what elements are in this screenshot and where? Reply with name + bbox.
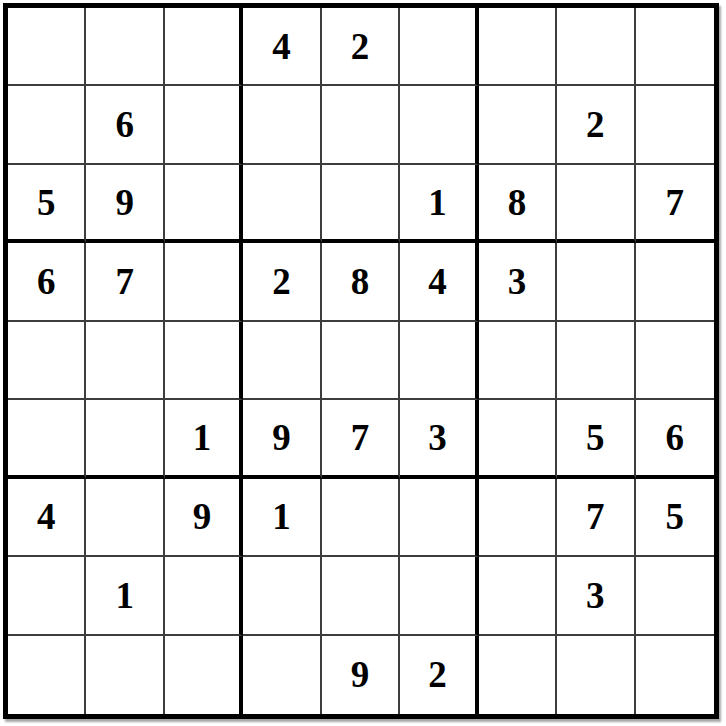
cell-r3c9-given[interactable]: 7	[636, 165, 714, 243]
cell-r1c2-empty[interactable]	[86, 8, 164, 86]
cell-r5c8-empty[interactable]	[557, 322, 635, 400]
cell-r3c8-empty[interactable]	[557, 165, 635, 243]
cell-r9c1-empty[interactable]	[8, 636, 86, 714]
cell-r1c9-empty[interactable]	[636, 8, 714, 86]
cell-r7c8-given[interactable]: 7	[557, 479, 635, 557]
sudoku-page: { "game": "sudoku", "position": "...42..…	[0, 0, 726, 726]
cell-r1c8-empty[interactable]	[557, 8, 635, 86]
cell-r3c5-empty[interactable]	[322, 165, 400, 243]
cell-r1c1-empty[interactable]	[8, 8, 86, 86]
cell-r2c3-empty[interactable]	[165, 86, 243, 164]
cell-r4c2-given[interactable]: 7	[86, 243, 164, 321]
cell-r8c9-empty[interactable]	[636, 557, 714, 635]
cell-r8c1-empty[interactable]	[8, 557, 86, 635]
cell-r4c1-given[interactable]: 6	[8, 243, 86, 321]
sudoku-board: 426259187672843197356491751392	[3, 3, 719, 719]
cell-r8c7-empty[interactable]	[479, 557, 557, 635]
cell-r9c7-empty[interactable]	[479, 636, 557, 714]
cell-r2c5-empty[interactable]	[322, 86, 400, 164]
cell-r4c8-empty[interactable]	[557, 243, 635, 321]
cell-r3c4-empty[interactable]	[243, 165, 321, 243]
cell-r2c6-empty[interactable]	[400, 86, 478, 164]
cell-r4c9-empty[interactable]	[636, 243, 714, 321]
cell-r2c4-empty[interactable]	[243, 86, 321, 164]
cell-r8c5-empty[interactable]	[322, 557, 400, 635]
cell-r9c5-given[interactable]: 9	[322, 636, 400, 714]
cell-r6c1-empty[interactable]	[8, 400, 86, 478]
cell-r7c5-empty[interactable]	[322, 479, 400, 557]
cell-r8c4-empty[interactable]	[243, 557, 321, 635]
cell-r6c5-given[interactable]: 7	[322, 400, 400, 478]
cell-r6c9-given[interactable]: 6	[636, 400, 714, 478]
cell-r1c5-given[interactable]: 2	[322, 8, 400, 86]
cell-r6c7-empty[interactable]	[479, 400, 557, 478]
cell-r8c6-empty[interactable]	[400, 557, 478, 635]
cell-r1c3-empty[interactable]	[165, 8, 243, 86]
cell-r8c3-empty[interactable]	[165, 557, 243, 635]
cell-r6c2-empty[interactable]	[86, 400, 164, 478]
cell-r7c2-empty[interactable]	[86, 479, 164, 557]
cell-r1c7-empty[interactable]	[479, 8, 557, 86]
cell-r7c7-empty[interactable]	[479, 479, 557, 557]
cell-r7c3-given[interactable]: 9	[165, 479, 243, 557]
cell-r9c6-given[interactable]: 2	[400, 636, 478, 714]
cell-r9c8-empty[interactable]	[557, 636, 635, 714]
cell-r5c5-empty[interactable]	[322, 322, 400, 400]
cell-r1c4-given[interactable]: 4	[243, 8, 321, 86]
cell-r5c9-empty[interactable]	[636, 322, 714, 400]
cell-r4c5-given[interactable]: 8	[322, 243, 400, 321]
cell-r7c4-given[interactable]: 1	[243, 479, 321, 557]
cell-r8c2-given[interactable]: 1	[86, 557, 164, 635]
cell-r3c7-given[interactable]: 8	[479, 165, 557, 243]
cell-r2c8-given[interactable]: 2	[557, 86, 635, 164]
cell-r4c3-empty[interactable]	[165, 243, 243, 321]
cell-r9c3-empty[interactable]	[165, 636, 243, 714]
cell-r5c2-empty[interactable]	[86, 322, 164, 400]
cell-r7c9-given[interactable]: 5	[636, 479, 714, 557]
cell-r6c4-given[interactable]: 9	[243, 400, 321, 478]
cell-r2c2-given[interactable]: 6	[86, 86, 164, 164]
cell-r1c6-empty[interactable]	[400, 8, 478, 86]
cell-r3c6-given[interactable]: 1	[400, 165, 478, 243]
cell-r6c6-given[interactable]: 3	[400, 400, 478, 478]
cell-r2c1-empty[interactable]	[8, 86, 86, 164]
cell-r6c8-given[interactable]: 5	[557, 400, 635, 478]
cell-r4c7-given[interactable]: 3	[479, 243, 557, 321]
cell-r5c4-empty[interactable]	[243, 322, 321, 400]
cell-r5c3-empty[interactable]	[165, 322, 243, 400]
cell-r3c2-given[interactable]: 9	[86, 165, 164, 243]
cell-r6c3-given[interactable]: 1	[165, 400, 243, 478]
cell-r4c6-given[interactable]: 4	[400, 243, 478, 321]
cell-r8c8-given[interactable]: 3	[557, 557, 635, 635]
cell-r3c3-empty[interactable]	[165, 165, 243, 243]
cell-r4c4-given[interactable]: 2	[243, 243, 321, 321]
cell-r9c9-empty[interactable]	[636, 636, 714, 714]
cell-r9c4-empty[interactable]	[243, 636, 321, 714]
cell-r5c6-empty[interactable]	[400, 322, 478, 400]
cell-r7c1-given[interactable]: 4	[8, 479, 86, 557]
cell-r2c9-empty[interactable]	[636, 86, 714, 164]
cell-r5c1-empty[interactable]	[8, 322, 86, 400]
cell-r2c7-empty[interactable]	[479, 86, 557, 164]
cell-r9c2-empty[interactable]	[86, 636, 164, 714]
cell-r3c1-given[interactable]: 5	[8, 165, 86, 243]
cell-r5c7-empty[interactable]	[479, 322, 557, 400]
cell-r7c6-empty[interactable]	[400, 479, 478, 557]
